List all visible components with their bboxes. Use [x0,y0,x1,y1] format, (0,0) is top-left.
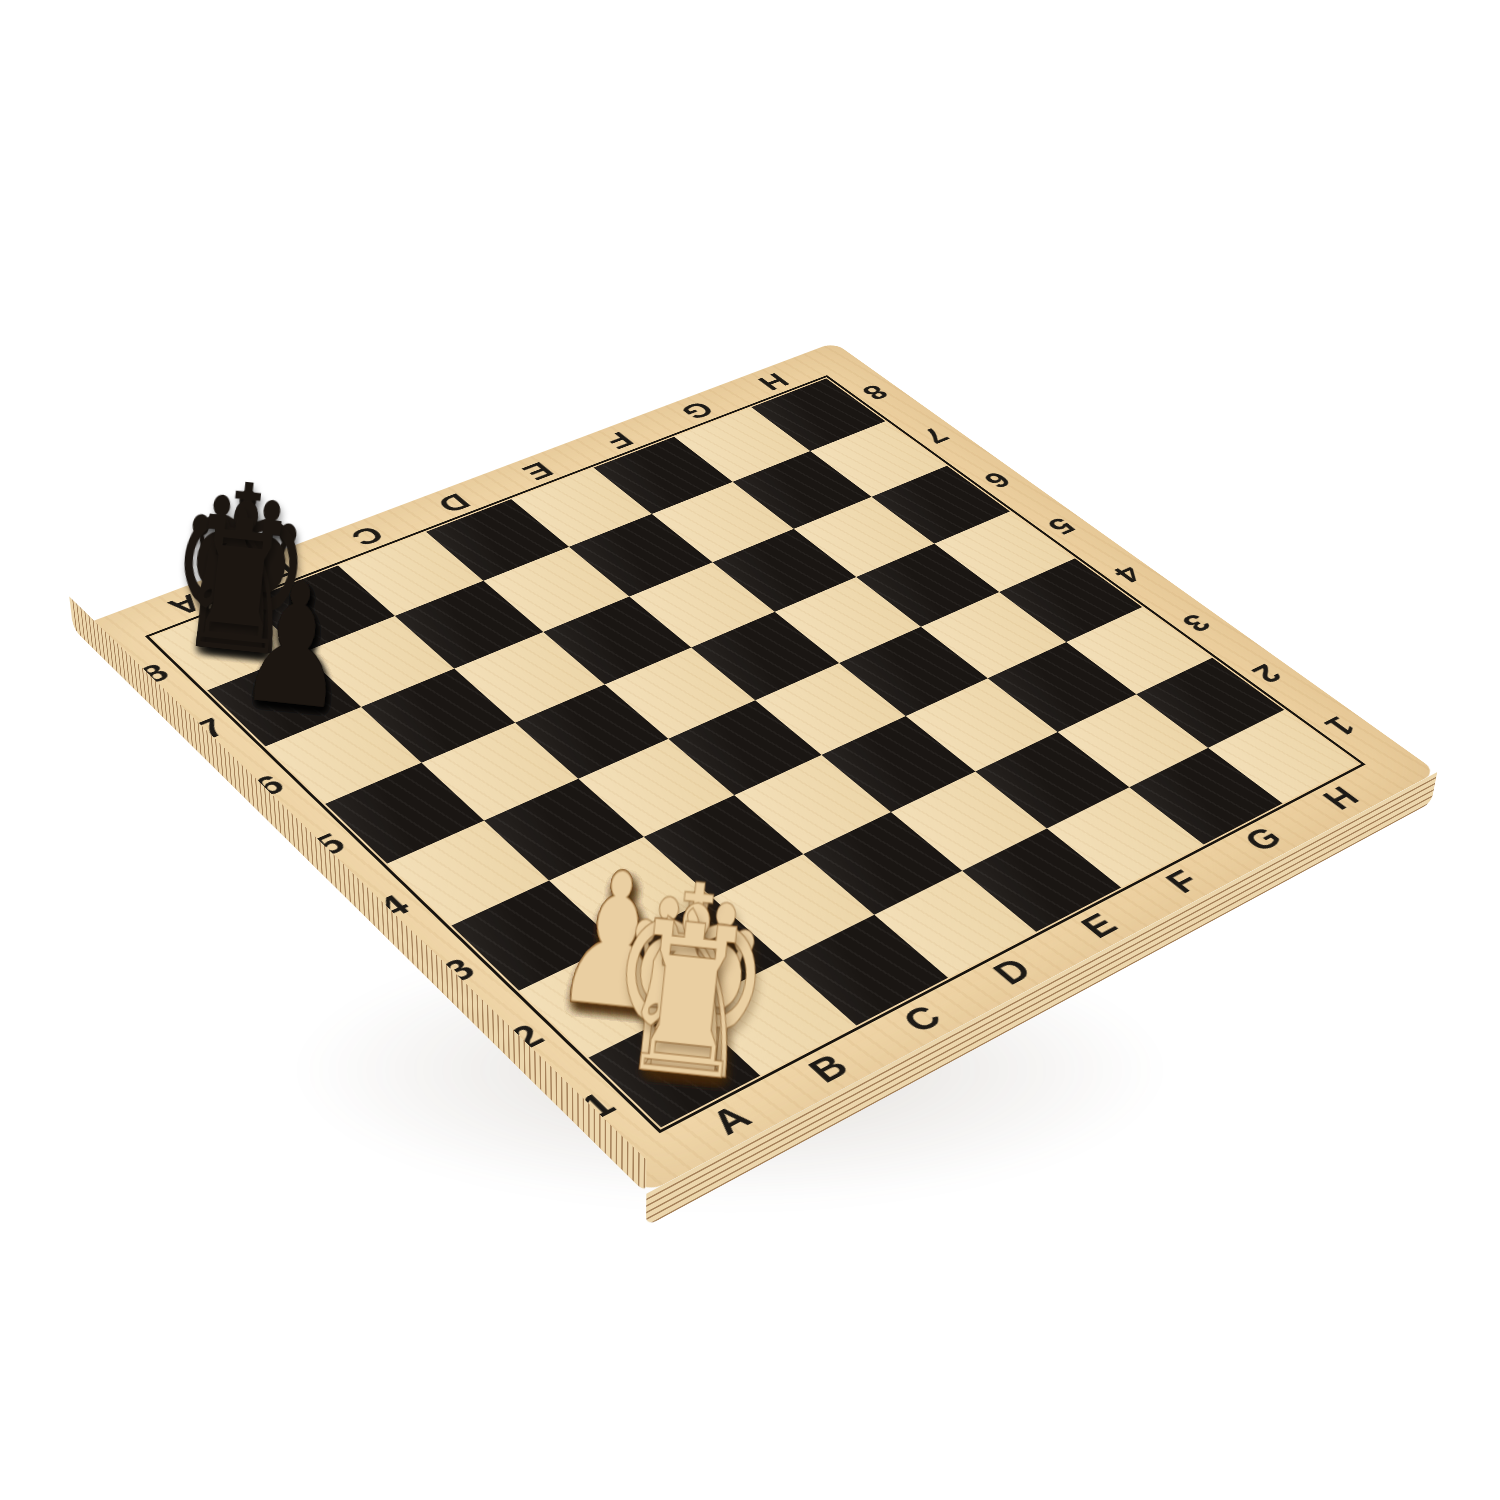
rank-label-right-2: 2 [1246,661,1288,688]
file-label-top-g: G [676,398,720,423]
chess-board: AABBCCDDEEFFGGHH8877665544332211 ♜♞♝♛♚♝♞… [73,342,1437,1193]
rank-label-right-4: 4 [1108,561,1149,586]
file-label-top-e: E [517,459,559,484]
rank-label-right-6: 6 [978,469,1017,492]
rank-label-right-5: 5 [1042,514,1082,538]
file-label-top-d: D [432,490,476,516]
rank-label-right-7: 7 [916,424,954,447]
rank-label-right-1: 1 [1319,713,1362,741]
file-label-top-c: C [345,522,390,549]
pawn-glyph: ♟ [234,557,357,735]
rank-label-right-8: 8 [856,381,893,403]
rook-glyph: ♜ [612,892,763,1112]
product-photo: Overhead-angle photo of a natural birch … [0,0,1500,1500]
rank-label-right-3: 3 [1176,610,1217,636]
file-label-top-h: H [753,370,795,393]
file-label-top-f: F [599,429,638,453]
camera-roll-wrapper: AABBCCDDEEFFGGHH8877665544332211 ♜♞♝♛♚♝♞… [0,0,1500,1500]
